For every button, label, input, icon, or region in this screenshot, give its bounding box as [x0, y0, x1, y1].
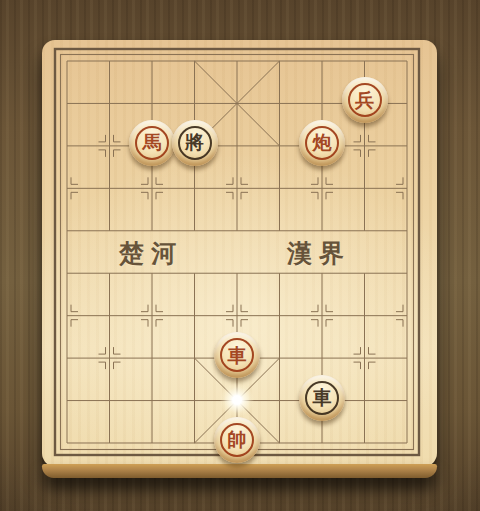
red-soldier-ring: 兵 — [348, 83, 382, 117]
red-cannon[interactable]: 炮 — [299, 120, 345, 166]
red-soldier-glyph: 兵 — [355, 90, 374, 109]
pieces-layer: 兵馬將炮車車帥 — [46, 40, 429, 464]
red-cannon-ring: 炮 — [305, 126, 339, 160]
black-chariot-glyph: 車 — [313, 388, 332, 407]
red-horse-glyph: 馬 — [143, 133, 162, 152]
red-general-ring: 帥 — [220, 423, 254, 457]
red-horse-ring: 馬 — [135, 126, 169, 160]
red-soldier[interactable]: 兵 — [342, 77, 388, 123]
red-general-glyph: 帥 — [228, 430, 247, 449]
black-general[interactable]: 將 — [172, 120, 218, 166]
red-chariot[interactable]: 車 — [214, 332, 260, 378]
black-chariot[interactable]: 車 — [299, 375, 345, 421]
black-general-ring: 將 — [178, 126, 212, 160]
black-general-glyph: 將 — [185, 133, 204, 152]
red-general[interactable]: 帥 — [214, 417, 260, 463]
red-cannon-glyph: 炮 — [313, 133, 332, 152]
red-horse[interactable]: 馬 — [129, 120, 175, 166]
black-chariot-ring: 車 — [305, 381, 339, 415]
red-chariot-glyph: 車 — [228, 345, 247, 364]
red-chariot-ring: 車 — [220, 338, 254, 372]
highlight-dot — [220, 383, 254, 417]
